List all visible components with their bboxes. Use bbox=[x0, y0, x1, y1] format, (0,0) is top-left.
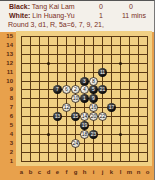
white-player-name: Lin Huang-Yu bbox=[32, 12, 74, 19]
game-info-header: Black: Tang Kai Lam 0 0 White: Lin Huang… bbox=[0, 1, 155, 32]
col-label: c bbox=[35, 169, 44, 176]
col-label: e bbox=[53, 169, 62, 176]
stone-black-23[interactable]: 23 bbox=[89, 130, 98, 139]
row-label: 4 bbox=[0, 131, 13, 138]
col-label: g bbox=[71, 169, 80, 176]
star-point bbox=[47, 62, 50, 65]
row-label: 1 bbox=[0, 158, 13, 165]
col-label: a bbox=[17, 169, 26, 176]
gomoku-board[interactable]: 15a14b13c12d11e10f9g8h7i6j5k4l3m2n1o1234… bbox=[0, 32, 155, 180]
black-player-name: Tang Kai Lam bbox=[32, 3, 75, 10]
star-point bbox=[47, 133, 50, 136]
col-label: f bbox=[62, 169, 71, 176]
black-player-line: Black: Tang Kai Lam bbox=[9, 3, 75, 10]
col-label: o bbox=[143, 169, 152, 176]
row-label: 6 bbox=[0, 113, 13, 120]
stone-black-11[interactable]: 11 bbox=[98, 68, 107, 77]
col-label: b bbox=[26, 169, 35, 176]
col-label: m bbox=[125, 169, 134, 176]
col-label: k bbox=[107, 169, 116, 176]
row-label: 5 bbox=[0, 122, 13, 129]
col-label: n bbox=[134, 169, 143, 176]
white-label: White: bbox=[9, 12, 30, 19]
row-label: 10 bbox=[0, 78, 13, 85]
grid-line-v bbox=[138, 36, 139, 162]
black-score: 0 bbox=[99, 3, 103, 10]
white-player-line: White: Lin Huang-Yu bbox=[9, 12, 75, 19]
row-label: 14 bbox=[0, 42, 13, 49]
row-label: 15 bbox=[0, 33, 13, 40]
white-score: 1 bbox=[99, 12, 103, 19]
black-time: 0 bbox=[129, 3, 133, 10]
stone-white-18[interactable]: 18 bbox=[80, 130, 89, 139]
row-label: 2 bbox=[0, 149, 13, 156]
col-label: d bbox=[44, 169, 53, 176]
row-label: 9 bbox=[0, 86, 13, 93]
game-window: Black: Tang Kai Lam 0 0 White: Lin Huang… bbox=[0, 0, 155, 180]
row-label: 3 bbox=[0, 140, 13, 147]
stone-black-19[interactable]: 19 bbox=[80, 121, 89, 130]
row-label: 12 bbox=[0, 60, 13, 67]
stone-white-24[interactable]: 24 bbox=[71, 139, 80, 148]
stone-white-8[interactable]: 8 bbox=[89, 77, 98, 86]
col-label: l bbox=[116, 169, 125, 176]
stone-black-3[interactable]: 3 bbox=[80, 77, 89, 86]
grid-line-h bbox=[21, 152, 148, 153]
white-time: 11 mins bbox=[122, 12, 146, 19]
row-label: 7 bbox=[0, 104, 13, 111]
row-label: 13 bbox=[0, 51, 13, 58]
grid-line-v bbox=[147, 36, 148, 162]
star-point bbox=[119, 133, 122, 136]
col-label: i bbox=[89, 169, 98, 176]
grid-line-h bbox=[21, 161, 148, 162]
row-label: 11 bbox=[0, 69, 13, 76]
round-info: Round 3, d1, R, 5a=6, 7, 9, 21, bbox=[8, 21, 104, 28]
star-point bbox=[119, 62, 122, 65]
col-label: h bbox=[80, 169, 89, 176]
black-label: Black: bbox=[9, 3, 30, 10]
grid-line-v bbox=[129, 36, 130, 162]
col-label: j bbox=[98, 169, 107, 176]
row-label: 8 bbox=[0, 95, 13, 102]
